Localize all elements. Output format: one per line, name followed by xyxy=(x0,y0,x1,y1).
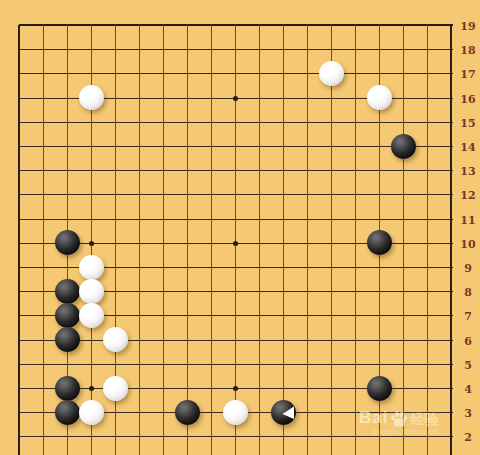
stone-black-Q4[interactable] xyxy=(367,376,392,401)
grid-line-v-A xyxy=(18,25,20,455)
grid-line-h-18 xyxy=(19,49,453,50)
row-label-3: 3 xyxy=(458,408,478,420)
row-label-13: 13 xyxy=(458,166,478,178)
grid-line-h-12 xyxy=(19,194,453,195)
grid-line-v-H xyxy=(187,25,188,455)
stone-black-C3[interactable] xyxy=(55,400,80,425)
row-label-2: 2 xyxy=(458,432,478,444)
grid-line-v-F xyxy=(139,25,140,455)
stone-white-K3[interactable] xyxy=(223,400,248,425)
stone-black-C6[interactable] xyxy=(55,327,80,352)
row-label-15: 15 xyxy=(458,118,478,130)
grid-line-h-13 xyxy=(19,170,453,171)
grid-line-h-14 xyxy=(19,146,453,147)
row-label-14: 14 xyxy=(458,142,478,154)
stone-white-D8[interactable] xyxy=(79,279,104,304)
stone-black-H3[interactable] xyxy=(175,400,200,425)
grid-line-v-R xyxy=(403,25,404,455)
grid-line-v-N xyxy=(307,25,308,455)
row-label-12: 12 xyxy=(458,190,478,202)
stone-black-M3[interactable] xyxy=(271,400,296,425)
grid-line-v-M xyxy=(283,25,284,455)
stone-white-O17[interactable] xyxy=(319,61,344,86)
row-label-17: 17 xyxy=(458,69,478,81)
stone-white-E6[interactable] xyxy=(103,327,128,352)
star-point-K10 xyxy=(233,241,238,246)
grid-line-v-P xyxy=(355,25,356,455)
go-board-screenshot: 1918171615141312111098765432 Bai 经验 jing… xyxy=(0,0,480,455)
stone-white-D9[interactable] xyxy=(79,255,104,280)
star-point-K4 xyxy=(233,386,238,391)
grid-line-h-17 xyxy=(19,73,453,74)
grid-line-v-J xyxy=(211,25,212,455)
grid-line-v-S xyxy=(427,25,428,455)
grid-line-h-11 xyxy=(19,219,453,220)
grid-line-h-6 xyxy=(19,340,453,341)
watermark-chinese-text: 经验 xyxy=(410,411,438,427)
grid-line-v-O xyxy=(331,25,332,455)
stone-black-C4[interactable] xyxy=(55,376,80,401)
last-move-triangle-marker xyxy=(282,406,294,419)
row-label-19: 19 xyxy=(458,21,478,33)
stone-black-Q10[interactable] xyxy=(367,230,392,255)
row-label-4: 4 xyxy=(458,384,478,396)
stone-white-E4[interactable] xyxy=(103,376,128,401)
stone-white-Q16[interactable] xyxy=(367,85,392,110)
row-label-10: 10 xyxy=(458,239,478,251)
grid-line-v-T xyxy=(450,25,452,455)
stone-black-C7[interactable] xyxy=(55,303,80,328)
stone-white-D3[interactable] xyxy=(79,400,104,425)
grid-line-v-L xyxy=(259,25,260,455)
grid-line-v-B xyxy=(43,25,44,455)
star-point-D4 xyxy=(89,386,94,391)
row-label-16: 16 xyxy=(458,94,478,106)
row-label-11: 11 xyxy=(458,215,478,227)
star-point-D10 xyxy=(89,241,94,246)
stone-black-R14[interactable] xyxy=(391,134,416,159)
row-label-7: 7 xyxy=(458,311,478,323)
stone-white-D16[interactable] xyxy=(79,85,104,110)
grid-line-v-G xyxy=(163,25,164,455)
star-point-K16 xyxy=(233,96,238,101)
grid-line-h-19 xyxy=(19,24,453,26)
grid-line-h-2 xyxy=(19,436,453,437)
row-label-9: 9 xyxy=(458,263,478,275)
row-label-8: 8 xyxy=(458,287,478,299)
grid-line-h-15 xyxy=(19,122,453,123)
stone-white-D7[interactable] xyxy=(79,303,104,328)
stone-black-C10[interactable] xyxy=(55,230,80,255)
grid-line-h-5 xyxy=(19,364,453,365)
stone-black-C8[interactable] xyxy=(55,279,80,304)
row-label-5: 5 xyxy=(458,360,478,372)
row-label-6: 6 xyxy=(458,336,478,348)
row-label-18: 18 xyxy=(458,45,478,57)
